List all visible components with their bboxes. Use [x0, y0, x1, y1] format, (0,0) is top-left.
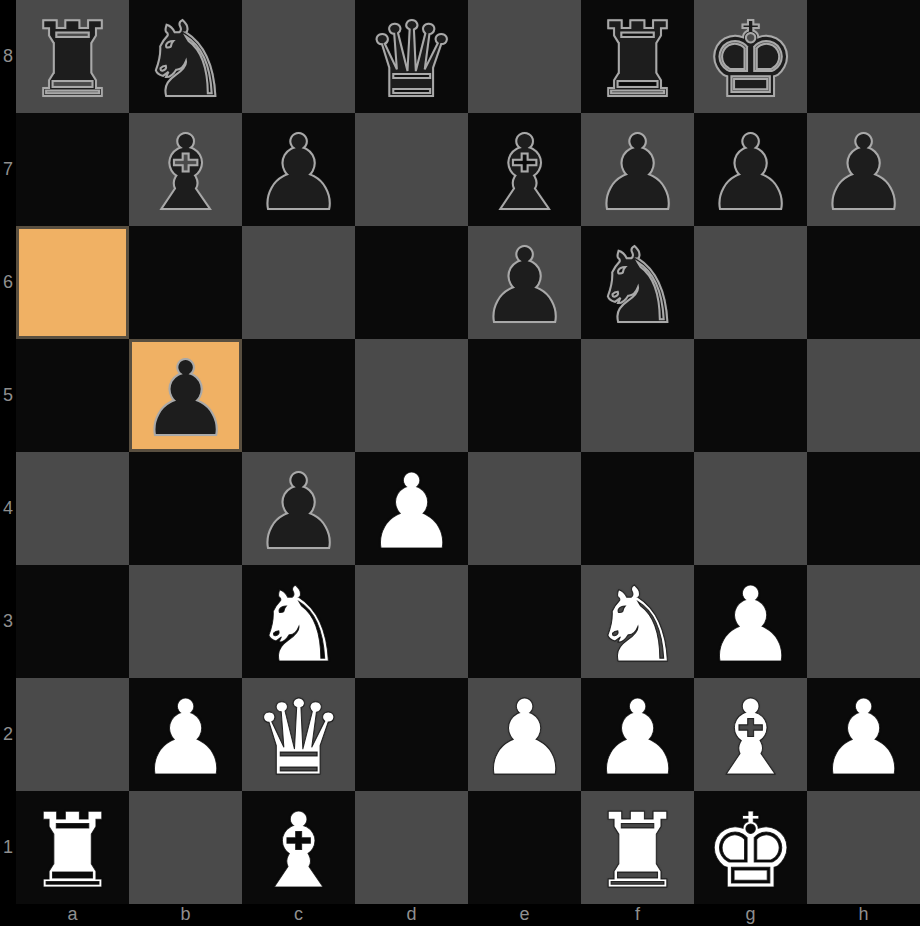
- file-label-f: f: [581, 904, 694, 926]
- square-h8[interactable]: [807, 0, 920, 113]
- piece-white-bishop-g2[interactable]: ♝: [704, 686, 797, 790]
- square-c4[interactable]: ♟: [242, 452, 355, 565]
- rank-label-4: 4: [0, 452, 16, 565]
- square-d7[interactable]: [355, 113, 468, 226]
- square-c7[interactable]: ♟: [242, 113, 355, 226]
- rank-label-2: 2: [0, 678, 16, 791]
- square-a3[interactable]: [16, 565, 129, 678]
- piece-white-bishop-c1[interactable]: ♝: [252, 799, 345, 903]
- piece-white-pawn-d4[interactable]: ♟: [365, 460, 458, 564]
- square-f2[interactable]: ♟: [581, 678, 694, 791]
- square-e3[interactable]: [468, 565, 581, 678]
- piece-black-pawn-h7[interactable]: ♟: [817, 121, 910, 225]
- file-label-b: b: [129, 904, 242, 926]
- square-e4[interactable]: [468, 452, 581, 565]
- file-label-a: a: [16, 904, 129, 926]
- piece-black-bishop-b7[interactable]: ♝: [139, 121, 232, 225]
- file-label-c: c: [242, 904, 355, 926]
- square-b1[interactable]: [129, 791, 242, 904]
- piece-black-pawn-c4[interactable]: ♟: [252, 460, 345, 564]
- square-a7[interactable]: [16, 113, 129, 226]
- piece-white-king-g1[interactable]: ♚: [704, 799, 797, 903]
- piece-black-knight-b8[interactable]: ♞: [139, 8, 232, 112]
- square-c6[interactable]: [242, 226, 355, 339]
- piece-black-pawn-c7[interactable]: ♟: [252, 121, 345, 225]
- piece-black-king-g8[interactable]: ♚: [704, 8, 797, 112]
- square-b4[interactable]: [129, 452, 242, 565]
- square-b7[interactable]: ♝: [129, 113, 242, 226]
- square-a4[interactable]: [16, 452, 129, 565]
- piece-black-pawn-g7[interactable]: ♟: [704, 121, 797, 225]
- piece-white-pawn-h2[interactable]: ♟: [817, 686, 910, 790]
- square-g2[interactable]: ♝: [694, 678, 807, 791]
- square-g3[interactable]: ♟: [694, 565, 807, 678]
- square-b6[interactable]: [129, 226, 242, 339]
- square-a2[interactable]: [16, 678, 129, 791]
- square-a6[interactable]: [16, 226, 129, 339]
- piece-white-knight-f3[interactable]: ♞: [591, 573, 684, 677]
- square-c2[interactable]: ♛: [242, 678, 355, 791]
- square-d2[interactable]: [355, 678, 468, 791]
- square-g1[interactable]: ♚: [694, 791, 807, 904]
- square-h3[interactable]: [807, 565, 920, 678]
- piece-white-queen-c2[interactable]: ♛: [252, 686, 345, 790]
- square-c3[interactable]: ♞: [242, 565, 355, 678]
- piece-white-pawn-f2[interactable]: ♟: [591, 686, 684, 790]
- piece-black-bishop-e7[interactable]: ♝: [478, 121, 571, 225]
- file-label-g: g: [694, 904, 807, 926]
- square-e8[interactable]: [468, 0, 581, 113]
- rank-label-8: 8: [0, 0, 16, 113]
- square-c8[interactable]: [242, 0, 355, 113]
- piece-black-rook-a8[interactable]: ♜: [26, 8, 119, 112]
- rank-label-5: 5: [0, 339, 16, 452]
- piece-black-rook-f8[interactable]: ♜: [591, 8, 684, 112]
- square-a5[interactable]: [16, 339, 129, 452]
- piece-white-rook-f1[interactable]: ♜: [591, 799, 684, 903]
- chess-board: ♜♞♛♜♚♝♟♝♟♟♟♟♞♟♟♟♞♞♟♟♛♟♟♝♟♜♝♜♚: [16, 0, 920, 904]
- square-h4[interactable]: [807, 452, 920, 565]
- rank-label-1: 1: [0, 791, 16, 904]
- piece-white-rook-a1[interactable]: ♜: [26, 799, 119, 903]
- rank-label-6: 6: [0, 226, 16, 339]
- piece-black-pawn-f7[interactable]: ♟: [591, 121, 684, 225]
- square-a1[interactable]: ♜: [16, 791, 129, 904]
- square-h7[interactable]: ♟: [807, 113, 920, 226]
- square-h5[interactable]: [807, 339, 920, 452]
- square-b3[interactable]: [129, 565, 242, 678]
- square-h1[interactable]: [807, 791, 920, 904]
- square-f3[interactable]: ♞: [581, 565, 694, 678]
- square-h6[interactable]: [807, 226, 920, 339]
- file-label-e: e: [468, 904, 581, 926]
- square-d6[interactable]: [355, 226, 468, 339]
- square-f1[interactable]: ♜: [581, 791, 694, 904]
- square-d3[interactable]: [355, 565, 468, 678]
- square-e6[interactable]: ♟: [468, 226, 581, 339]
- square-c1[interactable]: ♝: [242, 791, 355, 904]
- square-b8[interactable]: ♞: [129, 0, 242, 113]
- rank-label-3: 3: [0, 565, 16, 678]
- file-label-d: d: [355, 904, 468, 926]
- square-d4[interactable]: ♟: [355, 452, 468, 565]
- piece-black-knight-f6[interactable]: ♞: [591, 234, 684, 338]
- file-labels: abcdefgh: [16, 904, 920, 926]
- square-f4[interactable]: [581, 452, 694, 565]
- piece-black-queen-d8[interactable]: ♛: [365, 8, 458, 112]
- file-label-h: h: [807, 904, 920, 926]
- square-c5[interactable]: [242, 339, 355, 452]
- square-g8[interactable]: ♚: [694, 0, 807, 113]
- rank-labels: 87654321: [0, 0, 16, 904]
- square-e5[interactable]: [468, 339, 581, 452]
- square-e7[interactable]: ♝: [468, 113, 581, 226]
- square-b5[interactable]: ♟: [129, 339, 242, 452]
- square-e1[interactable]: [468, 791, 581, 904]
- square-h2[interactable]: ♟: [807, 678, 920, 791]
- square-g5[interactable]: [694, 339, 807, 452]
- square-d8[interactable]: ♛: [355, 0, 468, 113]
- piece-black-pawn-b5[interactable]: ♟: [139, 347, 232, 451]
- piece-white-pawn-e2[interactable]: ♟: [478, 686, 571, 790]
- square-d1[interactable]: [355, 791, 468, 904]
- square-g7[interactable]: ♟: [694, 113, 807, 226]
- square-a8[interactable]: ♜: [16, 0, 129, 113]
- square-b2[interactable]: ♟: [129, 678, 242, 791]
- square-f5[interactable]: [581, 339, 694, 452]
- piece-white-pawn-b2[interactable]: ♟: [139, 686, 232, 790]
- square-f6[interactable]: ♞: [581, 226, 694, 339]
- board-stage: 87654321 ♜♞♛♜♚♝♟♝♟♟♟♟♞♟♟♟♞♞♟♟♛♟♟♝♟♜♝♜♚ a…: [0, 0, 920, 926]
- piece-white-knight-c3[interactable]: ♞: [252, 573, 345, 677]
- square-g4[interactable]: [694, 452, 807, 565]
- square-f8[interactable]: ♜: [581, 0, 694, 113]
- square-d5[interactable]: [355, 339, 468, 452]
- square-g6[interactable]: [694, 226, 807, 339]
- square-e2[interactable]: ♟: [468, 678, 581, 791]
- piece-white-pawn-g3[interactable]: ♟: [704, 573, 797, 677]
- piece-black-pawn-e6[interactable]: ♟: [478, 234, 571, 338]
- square-f7[interactable]: ♟: [581, 113, 694, 226]
- rank-label-7: 7: [0, 113, 16, 226]
